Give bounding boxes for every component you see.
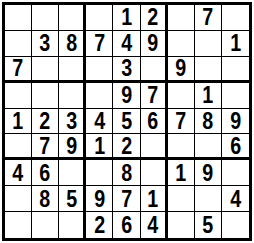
cell-r6c2[interactable]: 7 [32,134,59,160]
cell-r3c4[interactable] [86,57,113,83]
cell-r4c8[interactable]: 1 [195,83,222,109]
cell-r8c4[interactable]: 9 [86,186,113,212]
cell-r7c7[interactable]: 1 [168,160,195,186]
cell-r6c7[interactable] [168,134,195,160]
cell-r4c2[interactable] [32,83,59,109]
given-digit: 9 [175,57,186,80]
cell-r4c4[interactable] [86,83,113,109]
cell-r3c7[interactable]: 9 [168,57,195,83]
given-digit: 9 [147,31,158,55]
cell-r6c5[interactable]: 2 [113,134,140,160]
given-digit: 7 [13,57,24,80]
cell-r6c1[interactable] [5,134,32,160]
given-digit: 1 [230,31,241,55]
cell-r2c3[interactable]: 8 [59,31,86,57]
cell-r5c7[interactable]: 7 [168,109,195,135]
given-digit: 3 [66,109,77,133]
given-digit: 7 [94,31,105,55]
cell-r7c5[interactable]: 8 [113,160,140,186]
cell-r9c1[interactable] [5,212,32,238]
cell-r8c6[interactable]: 1 [141,186,168,212]
cell-r6c3[interactable]: 9 [59,134,86,160]
given-digit: 1 [13,109,24,133]
given-digit: 5 [202,213,213,237]
cell-r1c5[interactable]: 1 [113,5,140,31]
cell-r5c9[interactable]: 9 [222,109,249,135]
given-digit: 8 [66,31,77,55]
cell-r6c4[interactable]: 1 [86,134,113,160]
cell-r8c8[interactable] [195,186,222,212]
given-digit: 6 [121,213,132,237]
cell-r4c7[interactable] [168,83,195,109]
cell-r5c2[interactable]: 2 [32,109,59,135]
cell-r9c2[interactable] [32,212,59,238]
cell-r1c3[interactable] [59,5,86,31]
given-digit: 6 [147,109,158,133]
cell-r7c4[interactable] [86,160,113,186]
cell-r7c8[interactable]: 9 [195,160,222,186]
given-digit: 6 [40,161,51,185]
cell-r1c8[interactable]: 7 [195,5,222,31]
cell-r2c8[interactable] [195,31,222,57]
cell-r7c3[interactable] [59,160,86,186]
cell-r1c9[interactable] [222,5,249,31]
given-digit: 8 [121,161,132,185]
cell-r5c3[interactable]: 3 [59,109,86,135]
cell-r2c1[interactable] [5,31,32,57]
cell-r1c6[interactable]: 2 [141,5,168,31]
given-digit: 2 [147,5,158,29]
given-digit: 1 [94,134,105,157]
given-digit: 1 [202,83,213,107]
cell-r5c4[interactable]: 4 [86,109,113,135]
cell-r8c2[interactable]: 8 [32,186,59,212]
given-digit: 4 [94,109,105,133]
cell-r3c3[interactable] [59,57,86,83]
given-digit: 3 [121,57,132,80]
cell-r5c8[interactable]: 8 [195,109,222,135]
given-digit: 1 [175,161,186,185]
given-digit: 5 [121,109,132,133]
given-digit: 6 [230,134,241,157]
given-digit: 4 [13,161,24,185]
cell-r7c9[interactable] [222,160,249,186]
cell-r4c6[interactable]: 7 [141,83,168,109]
given-digit: 9 [230,109,241,133]
cell-r8c9[interactable]: 4 [222,186,249,212]
cell-r9c8[interactable]: 5 [195,212,222,238]
given-digit: 5 [66,187,77,211]
cell-r2c2[interactable]: 3 [32,31,59,57]
cell-r7c2[interactable]: 6 [32,160,59,186]
cell-r1c2[interactable] [32,5,59,31]
cell-r9c6[interactable]: 4 [141,212,168,238]
cell-r2c5[interactable]: 4 [113,31,140,57]
cell-r4c3[interactable] [59,83,86,109]
given-digit: 1 [121,5,132,29]
cell-r3c2[interactable] [32,57,59,83]
cell-r2c4[interactable]: 7 [86,31,113,57]
given-digit: 9 [121,83,132,107]
given-digit: 9 [94,187,105,211]
cell-r2c7[interactable] [168,31,195,57]
given-digit: 4 [147,213,158,237]
given-digit: 3 [40,31,51,55]
cell-r3c8[interactable] [195,57,222,83]
given-digit: 2 [94,213,105,237]
cell-r9c4[interactable]: 2 [86,212,113,238]
cell-r4c9[interactable] [222,83,249,109]
given-digit: 9 [202,161,213,185]
given-digit: 7 [40,134,51,157]
sudoku-board: 1273874917399711234567897912646819859714… [2,2,252,241]
given-digit: 7 [121,187,132,211]
cell-r3c5[interactable]: 3 [113,57,140,83]
given-digit: 2 [121,134,132,157]
cell-r9c9[interactable] [222,212,249,238]
cell-r1c1[interactable] [5,5,32,31]
cell-r8c5[interactable]: 7 [113,186,140,212]
cell-r5c1[interactable]: 1 [5,109,32,135]
cell-r2c6[interactable]: 9 [141,31,168,57]
given-digit: 8 [202,109,213,133]
cell-r5c5[interactable]: 5 [113,109,140,135]
cell-r3c6[interactable] [141,57,168,83]
cell-r9c7[interactable] [168,212,195,238]
cell-r8c7[interactable] [168,186,195,212]
cell-r3c1[interactable]: 7 [5,57,32,83]
given-digit: 4 [121,31,132,55]
cell-r7c1[interactable]: 4 [5,160,32,186]
cell-r4c5[interactable]: 9 [113,83,140,109]
given-digit: 7 [175,109,186,133]
cell-r7c6[interactable] [141,160,168,186]
cell-r8c3[interactable]: 5 [59,186,86,212]
cell-r2c9[interactable]: 1 [222,31,249,57]
given-digit: 9 [66,134,77,157]
cell-r6c6[interactable] [141,134,168,160]
given-digit: 7 [147,83,158,107]
cell-r1c4[interactable] [86,5,113,31]
given-digit: 2 [40,109,51,133]
given-digit: 4 [230,187,241,211]
cell-r6c8[interactable] [195,134,222,160]
cell-r9c3[interactable] [59,212,86,238]
given-digit: 1 [147,187,158,211]
cell-r3c9[interactable] [222,57,249,83]
cell-r1c7[interactable] [168,5,195,31]
given-digit: 8 [40,187,51,211]
given-digit: 7 [202,5,213,29]
cell-r8c1[interactable] [5,186,32,212]
cell-r4c1[interactable] [5,83,32,109]
cell-r5c6[interactable]: 6 [141,109,168,135]
cell-r9c5[interactable]: 6 [113,212,140,238]
cell-r6c9[interactable]: 6 [222,134,249,160]
sudoku-page: 1273874917399711234567897912646819859714… [0,0,254,243]
